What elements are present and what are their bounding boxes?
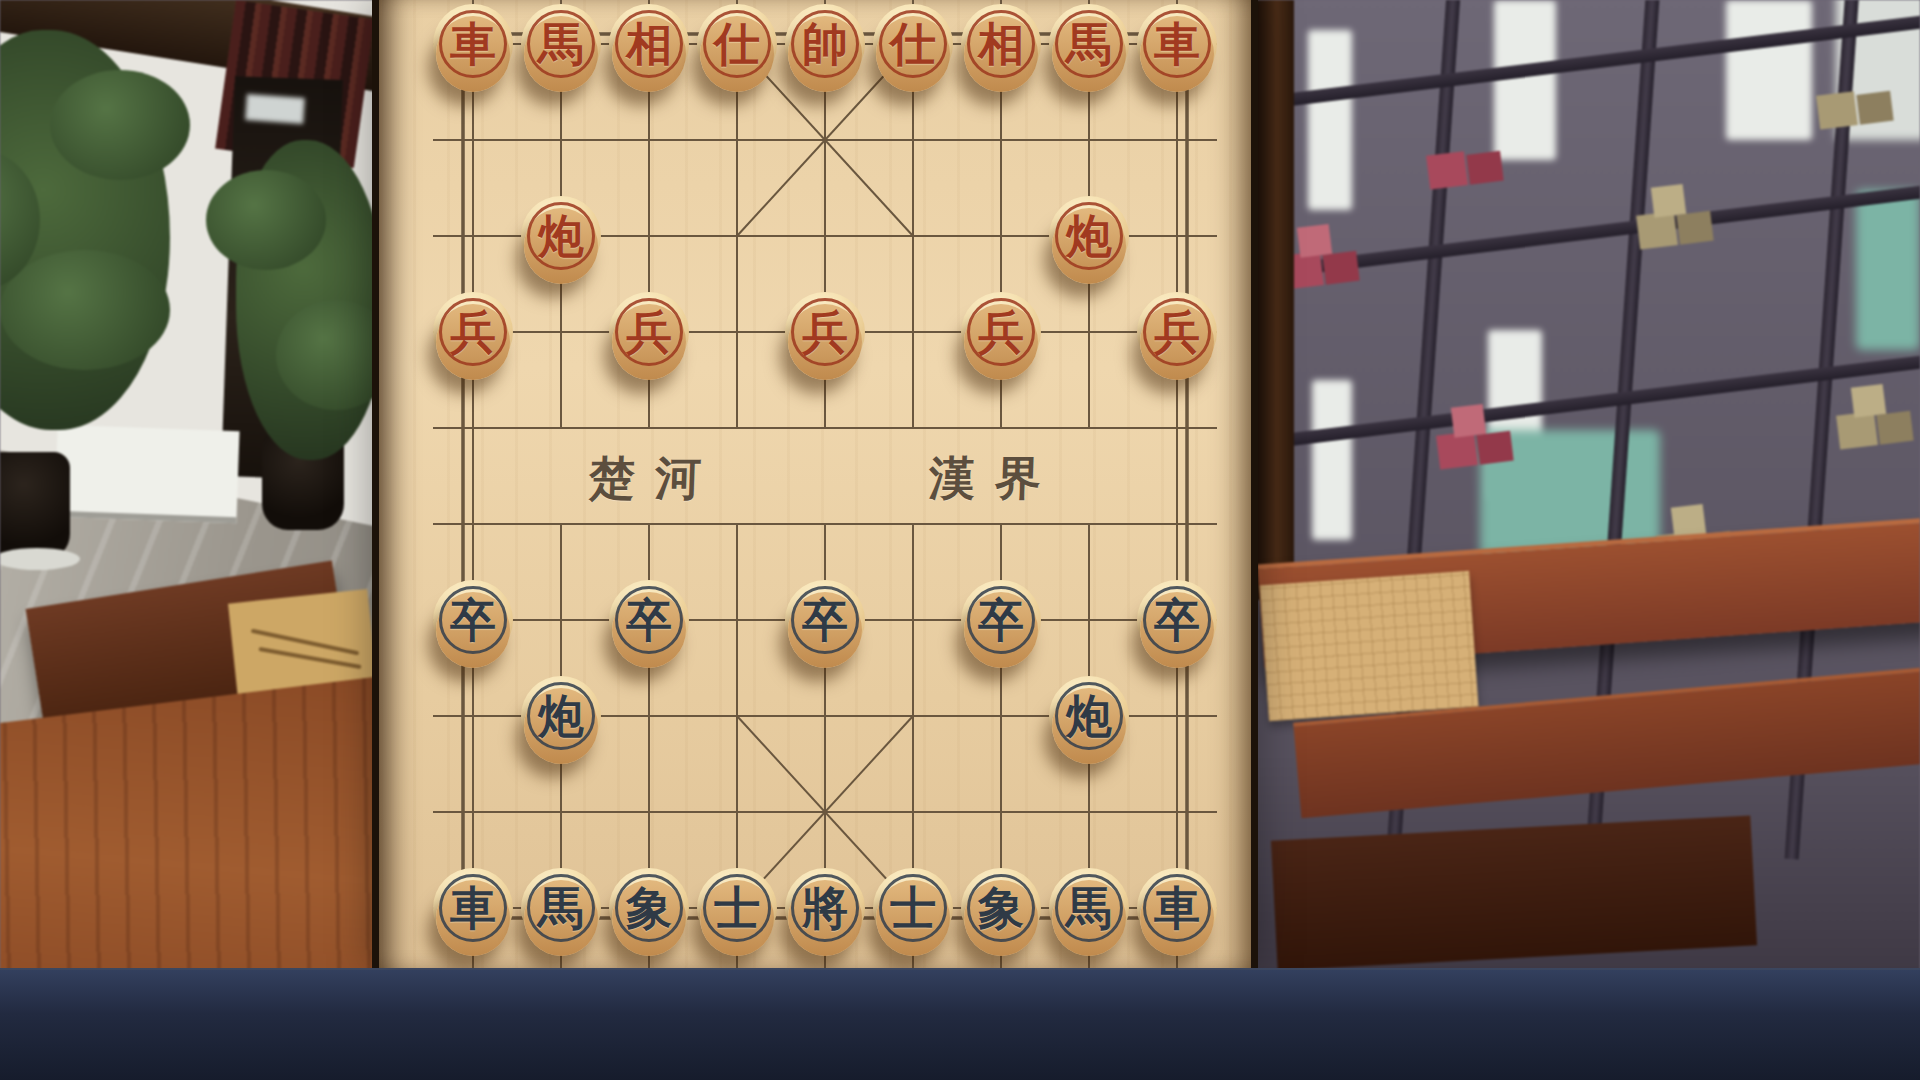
piece-red-chariot[interactable]: 車 [433,4,513,84]
piece-character: 仕 [714,21,760,67]
background-room-left [0,0,374,1080]
piece-black-soldier[interactable]: 卒 [433,580,513,660]
piece-black-advisor[interactable]: 士 [697,868,777,948]
potted-tree [236,140,374,460]
backlit-slot [1726,0,1812,140]
piece-character: 卒 [802,597,848,643]
piece-red-cannon[interactable]: 炮 [1049,196,1129,276]
piece-black-cannon[interactable]: 炮 [521,676,601,756]
piece-character: 車 [1154,21,1200,67]
piece-character: 炮 [1066,693,1112,739]
piece-character: 士 [890,885,936,931]
piece-black-elephant[interactable]: 象 [609,868,689,948]
piece-character: 帥 [802,21,848,67]
ceiling-light [245,94,305,124]
piece-character: 馬 [1066,21,1112,67]
piece-character: 兵 [450,309,496,355]
piece-character: 炮 [1066,213,1112,259]
piece-character: 兵 [978,309,1024,355]
box-stack [1432,394,1535,469]
piece-character: 馬 [1066,885,1112,931]
plant-pot [0,452,70,560]
piece-black-horse[interactable]: 馬 [521,868,601,948]
piece-red-advisor[interactable]: 仕 [873,4,953,84]
xiangqi-board[interactable]: 楚河 漢界 車馬相仕帥仕相馬車炮炮兵兵兵兵兵卒卒卒卒卒炮炮車馬象士將士象馬車 [372,0,1258,968]
piece-character: 兵 [802,309,848,355]
woven-mat-grid [1260,571,1479,721]
piece-black-advisor[interactable]: 士 [873,868,953,948]
backlit-slot [1312,380,1352,540]
piece-red-horse[interactable]: 馬 [521,4,601,84]
piece-black-chariot[interactable]: 車 [433,868,513,948]
piece-black-horse[interactable]: 馬 [1049,868,1129,948]
piece-red-soldier[interactable]: 兵 [609,292,689,372]
box-stack [1812,54,1915,129]
potted-tree [0,30,170,430]
piece-character: 仕 [890,21,936,67]
piece-red-soldier[interactable]: 兵 [433,292,513,372]
piece-character: 車 [450,885,496,931]
piece-character: 炮 [538,693,584,739]
box-stack [1832,374,1920,449]
piece-black-soldier[interactable]: 卒 [1137,580,1217,660]
piece-red-cannon[interactable]: 炮 [521,196,601,276]
piece-character: 兵 [626,309,672,355]
screenshot-root: 楚河 漢界 車馬相仕帥仕相馬車炮炮兵兵兵兵兵卒卒卒卒卒炮炮車馬象士將士象馬車 [0,0,1920,1080]
piece-character: 卒 [450,597,496,643]
piece-character: 兵 [1154,309,1200,355]
piece-character: 車 [450,21,496,67]
piece-character: 象 [626,885,672,931]
background-shelves-right [1256,0,1920,1080]
piece-red-advisor[interactable]: 仕 [697,4,777,84]
window-glow [1856,190,1920,350]
piece-red-soldier[interactable]: 兵 [785,292,865,372]
piece-black-cannon[interactable]: 炮 [1049,676,1129,756]
piece-character: 相 [978,21,1024,67]
piece-character: 馬 [538,885,584,931]
piece-character: 卒 [978,597,1024,643]
piece-character: 將 [802,885,848,931]
piece-black-soldier[interactable]: 卒 [609,580,689,660]
box-stack [1632,174,1735,249]
piece-character: 相 [626,21,672,67]
piece-red-king[interactable]: 帥 [785,4,865,84]
piece-black-soldier[interactable]: 卒 [961,580,1041,660]
piece-character: 卒 [626,597,672,643]
piece-red-elephant[interactable]: 相 [961,4,1041,84]
bottom-table-edge [0,968,1920,1080]
piece-character: 車 [1154,885,1200,931]
box-stack [1422,114,1525,189]
piece-black-elephant[interactable]: 象 [961,868,1041,948]
piece-black-king[interactable]: 將 [785,868,865,948]
piece-black-chariot[interactable]: 車 [1137,868,1217,948]
pieces-layer: 車馬相仕帥仕相馬車炮炮兵兵兵兵兵卒卒卒卒卒炮炮車馬象士將士象馬車 [379,0,1251,968]
piece-red-soldier[interactable]: 兵 [1137,292,1217,372]
piece-red-horse[interactable]: 馬 [1049,4,1129,84]
wall-cabinet [54,425,239,523]
piece-red-elephant[interactable]: 相 [609,4,689,84]
piece-character: 士 [714,885,760,931]
piece-red-chariot[interactable]: 車 [1137,4,1217,84]
piece-character: 炮 [538,213,584,259]
piece-character: 馬 [538,21,584,67]
bench [1271,816,1757,971]
piece-character: 象 [978,885,1024,931]
piece-black-soldier[interactable]: 卒 [785,580,865,660]
piece-red-soldier[interactable]: 兵 [961,292,1041,372]
piece-character: 卒 [1154,597,1200,643]
backlit-slot [1308,30,1352,210]
